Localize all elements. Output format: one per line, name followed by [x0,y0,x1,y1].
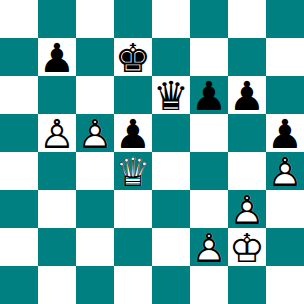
white-queen: ♛♕ [114,152,152,190]
black-pawn-fill: ♟ [228,76,266,114]
square-b1[interactable] [38,266,76,304]
black-pawn: ♟ [228,76,266,114]
square-f7[interactable] [190,38,228,76]
square-b4[interactable] [38,152,76,190]
white-pawn: ♟♙ [266,152,304,190]
square-e2[interactable] [152,228,190,266]
white-pawn-outline: ♙ [228,190,266,228]
square-e7[interactable] [152,38,190,76]
white-pawn: ♟♙ [190,228,228,266]
square-a3[interactable] [0,190,38,228]
square-f4[interactable] [190,152,228,190]
square-c5[interactable]: ♟♙ [76,114,114,152]
black-king: ♚ [114,38,152,76]
square-g8[interactable] [228,0,266,38]
square-h2[interactable] [266,228,304,266]
square-a1[interactable] [0,266,38,304]
square-g7[interactable] [228,38,266,76]
square-h1[interactable] [266,266,304,304]
square-d8[interactable] [114,0,152,38]
square-h7[interactable] [266,38,304,76]
black-pawn: ♟ [190,76,228,114]
square-b7[interactable]: ♟ [38,38,76,76]
square-g4[interactable] [228,152,266,190]
black-queen: ♛ [152,76,190,114]
square-g2[interactable]: ♚♔ [228,228,266,266]
square-d4[interactable]: ♛♕ [114,152,152,190]
square-b8[interactable] [38,0,76,38]
black-pawn-fill: ♟ [38,38,76,76]
square-b3[interactable] [38,190,76,228]
square-a6[interactable] [0,76,38,114]
square-c2[interactable] [76,228,114,266]
white-pawn-outline: ♙ [266,152,304,190]
square-g3[interactable]: ♟♙ [228,190,266,228]
white-pawn-outline: ♙ [76,114,114,152]
white-queen-outline: ♕ [114,152,152,190]
black-pawn-fill: ♟ [190,76,228,114]
square-f5[interactable] [190,114,228,152]
square-e6[interactable]: ♛ [152,76,190,114]
square-a2[interactable] [0,228,38,266]
white-king: ♚♔ [228,228,266,266]
white-pawn-outline: ♙ [190,228,228,266]
square-a4[interactable] [0,152,38,190]
black-queen-fill: ♛ [152,76,190,114]
square-d5[interactable]: ♟ [114,114,152,152]
square-c7[interactable] [76,38,114,76]
square-d1[interactable] [114,266,152,304]
square-a8[interactable] [0,0,38,38]
black-pawn: ♟ [266,114,304,152]
square-h8[interactable] [266,0,304,38]
square-a5[interactable] [0,114,38,152]
black-pawn: ♟ [114,114,152,152]
white-king-outline: ♔ [228,228,266,266]
square-d2[interactable] [114,228,152,266]
square-c3[interactable] [76,190,114,228]
square-g6[interactable]: ♟ [228,76,266,114]
square-f2[interactable]: ♟♙ [190,228,228,266]
square-h5[interactable]: ♟ [266,114,304,152]
square-d7[interactable]: ♚ [114,38,152,76]
square-d3[interactable] [114,190,152,228]
black-pawn: ♟ [38,38,76,76]
square-f8[interactable] [190,0,228,38]
square-a7[interactable] [0,38,38,76]
square-g5[interactable] [228,114,266,152]
square-c6[interactable] [76,76,114,114]
white-pawn: ♟♙ [228,190,266,228]
square-g1[interactable] [228,266,266,304]
square-f6[interactable]: ♟ [190,76,228,114]
square-c1[interactable] [76,266,114,304]
black-king-fill: ♚ [114,38,152,76]
chess-board: ♟♚♛♟♟♟♙♟♙♟♟♛♕♟♙♟♙♟♙♚♔ [0,0,304,304]
square-b6[interactable] [38,76,76,114]
white-pawn-outline: ♙ [38,114,76,152]
square-c4[interactable] [76,152,114,190]
white-pawn: ♟♙ [38,114,76,152]
square-f3[interactable] [190,190,228,228]
square-e3[interactable] [152,190,190,228]
white-pawn: ♟♙ [76,114,114,152]
square-c8[interactable] [76,0,114,38]
square-e4[interactable] [152,152,190,190]
square-e8[interactable] [152,0,190,38]
square-e1[interactable] [152,266,190,304]
square-b2[interactable] [38,228,76,266]
square-e5[interactable] [152,114,190,152]
square-f1[interactable] [190,266,228,304]
square-h3[interactable] [266,190,304,228]
square-h4[interactable]: ♟♙ [266,152,304,190]
black-pawn-fill: ♟ [114,114,152,152]
square-b5[interactable]: ♟♙ [38,114,76,152]
square-h6[interactable] [266,76,304,114]
black-pawn-fill: ♟ [266,114,304,152]
square-d6[interactable] [114,76,152,114]
